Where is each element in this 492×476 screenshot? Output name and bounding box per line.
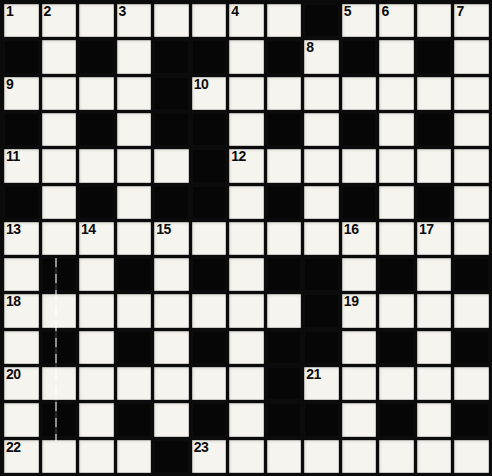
white-cell[interactable] xyxy=(267,149,302,182)
black-cell xyxy=(154,77,189,110)
clue-number: 23 xyxy=(194,440,209,455)
white-cell[interactable] xyxy=(154,258,189,291)
clue-number: 12 xyxy=(231,149,246,164)
white-cell[interactable] xyxy=(117,149,152,182)
black-cell xyxy=(4,40,39,73)
white-cell[interactable] xyxy=(192,294,227,327)
white-cell[interactable] xyxy=(4,403,39,436)
clue-number: 20 xyxy=(6,367,21,382)
black-cell xyxy=(267,403,302,436)
crossword-board: 1234567891011121314151617181920212223 xyxy=(0,0,492,476)
white-cell[interactable]: 20 xyxy=(4,367,39,400)
white-cell[interactable] xyxy=(42,77,77,110)
white-cell[interactable] xyxy=(4,258,39,291)
black-cell xyxy=(79,186,114,219)
white-cell[interactable] xyxy=(154,403,189,436)
clue-number: 19 xyxy=(344,294,359,309)
black-cell xyxy=(342,40,377,73)
clue-number: 6 xyxy=(381,4,388,19)
white-cell[interactable] xyxy=(42,40,77,73)
white-cell[interactable] xyxy=(117,294,152,327)
black-cell xyxy=(267,367,302,400)
white-cell[interactable] xyxy=(154,367,189,400)
white-cell[interactable] xyxy=(229,258,264,291)
white-cell[interactable] xyxy=(304,77,339,110)
white-cell[interactable] xyxy=(454,77,489,110)
black-cell xyxy=(117,331,152,364)
white-cell[interactable] xyxy=(154,331,189,364)
white-cell[interactable] xyxy=(454,40,489,73)
black-cell xyxy=(267,258,302,291)
clue-number: 1 xyxy=(6,4,13,19)
clue-number: 18 xyxy=(6,294,21,309)
white-cell[interactable] xyxy=(229,403,264,436)
white-cell[interactable] xyxy=(454,294,489,327)
black-cell xyxy=(267,113,302,146)
black-cell xyxy=(192,186,227,219)
white-cell[interactable] xyxy=(267,77,302,110)
white-cell[interactable]: 6 xyxy=(379,4,414,37)
white-cell[interactable] xyxy=(229,222,264,255)
black-cell xyxy=(267,331,302,364)
black-cell xyxy=(304,294,339,327)
black-cell xyxy=(192,149,227,182)
white-cell[interactable] xyxy=(417,258,452,291)
white-cell[interactable] xyxy=(42,186,77,219)
black-cell xyxy=(267,186,302,219)
black-cell xyxy=(154,440,189,473)
white-cell[interactable] xyxy=(417,4,452,37)
clue-number: 8 xyxy=(306,40,313,55)
white-cell[interactable]: 14 xyxy=(79,222,114,255)
white-cell[interactable] xyxy=(267,294,302,327)
white-cell[interactable] xyxy=(192,222,227,255)
white-cell[interactable]: 9 xyxy=(4,77,39,110)
white-cell[interactable] xyxy=(267,222,302,255)
white-cell[interactable] xyxy=(379,149,414,182)
black-cell xyxy=(454,403,489,436)
black-cell xyxy=(304,258,339,291)
white-cell[interactable] xyxy=(417,367,452,400)
white-cell[interactable]: 4 xyxy=(229,4,264,37)
black-cell xyxy=(192,113,227,146)
white-cell[interactable] xyxy=(79,294,114,327)
white-cell[interactable] xyxy=(342,331,377,364)
white-cell[interactable] xyxy=(117,222,152,255)
white-cell[interactable] xyxy=(192,4,227,37)
white-cell[interactable] xyxy=(454,222,489,255)
black-cell xyxy=(454,331,489,364)
clue-number: 7 xyxy=(456,4,463,19)
black-cell xyxy=(304,403,339,436)
white-cell[interactable] xyxy=(117,367,152,400)
white-cell[interactable] xyxy=(304,149,339,182)
white-cell[interactable] xyxy=(117,186,152,219)
black-cell xyxy=(454,258,489,291)
white-cell[interactable]: 22 xyxy=(4,440,39,473)
black-cell xyxy=(42,331,77,364)
white-cell[interactable]: 2 xyxy=(42,4,77,37)
clue-number: 5 xyxy=(344,4,351,19)
white-cell[interactable]: 15 xyxy=(154,222,189,255)
clue-number: 4 xyxy=(231,4,238,19)
white-cell[interactable] xyxy=(379,77,414,110)
white-cell[interactable]: 21 xyxy=(304,367,339,400)
black-cell xyxy=(154,40,189,73)
black-cell xyxy=(79,113,114,146)
clue-number: 17 xyxy=(419,222,434,237)
white-cell[interactable]: 13 xyxy=(4,222,39,255)
white-cell[interactable] xyxy=(117,77,152,110)
black-cell xyxy=(342,186,377,219)
white-cell[interactable] xyxy=(379,294,414,327)
white-cell[interactable] xyxy=(304,440,339,473)
white-cell[interactable] xyxy=(79,331,114,364)
black-cell xyxy=(117,403,152,436)
clue-number: 10 xyxy=(194,77,209,92)
clue-number: 16 xyxy=(344,222,359,237)
black-cell xyxy=(417,40,452,73)
black-cell xyxy=(154,113,189,146)
black-cell xyxy=(379,403,414,436)
black-cell xyxy=(154,186,189,219)
white-cell[interactable] xyxy=(379,367,414,400)
white-cell[interactable] xyxy=(229,113,264,146)
white-cell[interactable]: 17 xyxy=(417,222,452,255)
white-cell[interactable] xyxy=(229,440,264,473)
white-cell[interactable] xyxy=(117,113,152,146)
white-cell[interactable]: 5 xyxy=(342,4,377,37)
white-cell[interactable] xyxy=(267,4,302,37)
white-cell[interactable] xyxy=(454,186,489,219)
black-cell xyxy=(42,403,77,436)
black-cell xyxy=(4,186,39,219)
white-cell[interactable] xyxy=(42,367,77,400)
white-cell[interactable] xyxy=(417,77,452,110)
black-cell xyxy=(192,40,227,73)
white-cell[interactable] xyxy=(42,113,77,146)
white-cell[interactable] xyxy=(229,367,264,400)
white-cell[interactable] xyxy=(379,40,414,73)
white-cell[interactable] xyxy=(79,77,114,110)
white-cell[interactable] xyxy=(454,440,489,473)
clue-number: 13 xyxy=(6,222,21,237)
white-cell[interactable] xyxy=(379,186,414,219)
black-cell xyxy=(417,113,452,146)
white-cell[interactable]: 3 xyxy=(117,4,152,37)
white-cell[interactable] xyxy=(42,222,77,255)
black-cell xyxy=(192,331,227,364)
white-cell[interactable] xyxy=(79,149,114,182)
white-cell[interactable] xyxy=(417,440,452,473)
white-cell[interactable] xyxy=(42,149,77,182)
white-cell[interactable] xyxy=(42,440,77,473)
white-cell[interactable] xyxy=(42,294,77,327)
white-cell[interactable] xyxy=(342,440,377,473)
clue-number: 3 xyxy=(119,4,126,19)
white-cell[interactable] xyxy=(342,367,377,400)
white-cell[interactable] xyxy=(379,222,414,255)
clue-number: 11 xyxy=(6,149,20,164)
black-cell xyxy=(4,113,39,146)
white-cell[interactable] xyxy=(79,4,114,37)
white-cell[interactable] xyxy=(417,294,452,327)
black-cell xyxy=(192,403,227,436)
black-cell xyxy=(304,4,339,37)
white-cell[interactable]: 16 xyxy=(342,222,377,255)
white-cell[interactable]: 23 xyxy=(192,440,227,473)
white-cell[interactable]: 1 xyxy=(4,4,39,37)
white-cell[interactable] xyxy=(79,440,114,473)
white-cell[interactable] xyxy=(229,40,264,73)
white-cell[interactable] xyxy=(342,258,377,291)
clue-number: 2 xyxy=(44,4,51,19)
white-cell[interactable]: 12 xyxy=(229,149,264,182)
white-cell[interactable] xyxy=(229,294,264,327)
white-cell[interactable] xyxy=(117,40,152,73)
white-cell[interactable] xyxy=(304,113,339,146)
white-cell[interactable] xyxy=(342,403,377,436)
clue-number: 9 xyxy=(6,77,13,92)
white-cell[interactable] xyxy=(342,77,377,110)
black-cell xyxy=(379,331,414,364)
white-cell[interactable] xyxy=(229,77,264,110)
white-cell[interactable]: 11 xyxy=(4,149,39,182)
crossword-puzzle: 1234567891011121314151617181920212223 xyxy=(0,0,492,476)
white-cell[interactable] xyxy=(267,440,302,473)
white-cell[interactable]: 10 xyxy=(192,77,227,110)
black-cell xyxy=(342,113,377,146)
white-cell[interactable] xyxy=(304,222,339,255)
white-cell[interactable] xyxy=(454,113,489,146)
white-cell[interactable] xyxy=(4,331,39,364)
white-cell[interactable] xyxy=(417,403,452,436)
white-cell[interactable] xyxy=(229,331,264,364)
black-cell xyxy=(42,258,77,291)
white-cell[interactable] xyxy=(417,331,452,364)
white-cell[interactable] xyxy=(79,258,114,291)
white-cell[interactable] xyxy=(379,440,414,473)
white-cell[interactable]: 7 xyxy=(454,4,489,37)
white-cell[interactable] xyxy=(154,149,189,182)
black-cell xyxy=(117,258,152,291)
white-cell[interactable]: 18 xyxy=(4,294,39,327)
black-cell xyxy=(379,258,414,291)
white-cell[interactable] xyxy=(79,403,114,436)
white-cell[interactable] xyxy=(379,113,414,146)
black-cell xyxy=(417,186,452,219)
white-cell[interactable] xyxy=(454,149,489,182)
black-cell xyxy=(304,331,339,364)
white-cell[interactable] xyxy=(417,149,452,182)
white-cell[interactable] xyxy=(154,294,189,327)
white-cell[interactable] xyxy=(342,149,377,182)
black-cell xyxy=(79,40,114,73)
white-cell[interactable]: 8 xyxy=(304,40,339,73)
white-cell[interactable] xyxy=(229,186,264,219)
black-cell xyxy=(192,258,227,291)
clue-number: 14 xyxy=(81,222,96,237)
white-cell[interactable] xyxy=(454,367,489,400)
white-cell[interactable] xyxy=(304,186,339,219)
clue-number: 21 xyxy=(306,367,321,382)
clue-number: 22 xyxy=(6,440,21,455)
white-cell[interactable] xyxy=(117,440,152,473)
black-cell xyxy=(267,40,302,73)
white-cell[interactable] xyxy=(79,367,114,400)
clue-number: 15 xyxy=(156,222,171,237)
white-cell[interactable]: 19 xyxy=(342,294,377,327)
white-cell[interactable] xyxy=(192,367,227,400)
white-cell[interactable] xyxy=(154,4,189,37)
